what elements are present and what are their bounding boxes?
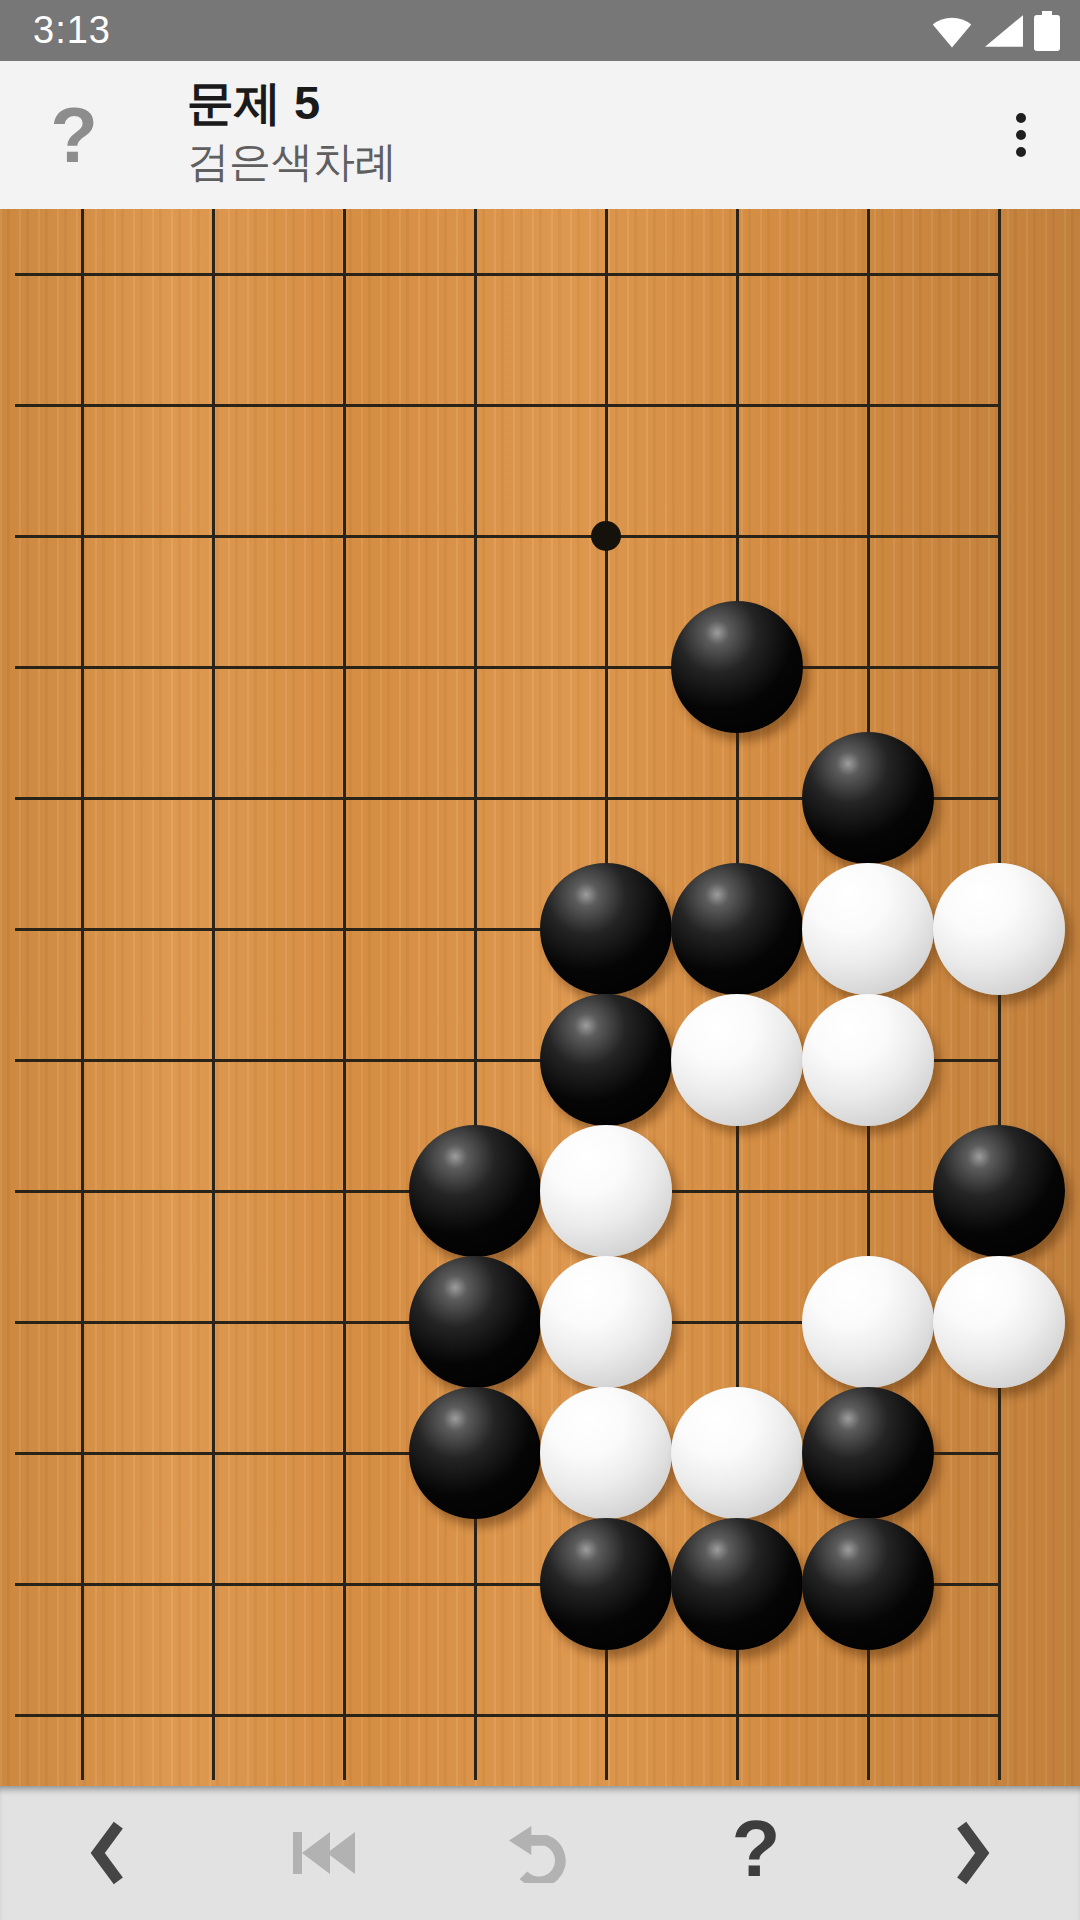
black-stone — [802, 1518, 934, 1650]
signal-icon — [985, 15, 1023, 47]
status-icons — [930, 0, 1060, 61]
grid-hline — [15, 273, 1001, 276]
chevron-left-icon — [89, 1820, 127, 1886]
black-stone — [671, 1518, 803, 1650]
white-stone — [671, 1387, 803, 1519]
grid-hline — [15, 404, 1001, 407]
white-stone — [540, 1125, 672, 1257]
black-stone — [933, 1125, 1065, 1257]
undo-button[interactable] — [432, 1786, 648, 1920]
back-button[interactable] — [0, 1786, 216, 1920]
overflow-menu-icon[interactable] — [996, 101, 1046, 169]
grid-vline — [81, 209, 84, 1780]
black-stone — [409, 1256, 541, 1388]
grid-hline — [15, 535, 1001, 538]
white-stone — [802, 994, 934, 1126]
skip-to-start-button[interactable] — [216, 1786, 432, 1920]
undo-arrow-icon — [509, 1823, 571, 1883]
skip-back-icon — [293, 1829, 355, 1877]
help-icon[interactable]: ? — [38, 61, 110, 209]
grid-vline — [212, 209, 215, 1780]
star-point — [591, 521, 621, 551]
black-stone — [540, 994, 672, 1126]
grid-hline — [15, 666, 1001, 669]
forward-button[interactable] — [864, 1786, 1080, 1920]
white-stone — [671, 994, 803, 1126]
grid-vline — [343, 209, 346, 1780]
app-screen: 3:13 ? 문제 5 검은색차례 — [0, 0, 1080, 1920]
white-stone — [802, 1256, 934, 1388]
black-stone — [540, 863, 672, 995]
black-stone — [802, 1387, 934, 1519]
white-stone — [933, 1256, 1065, 1388]
chevron-right-icon — [953, 1820, 991, 1886]
status-bar: 3:13 — [0, 0, 1080, 61]
black-stone — [802, 732, 934, 864]
go-board[interactable] — [0, 209, 1080, 1786]
white-stone — [933, 863, 1065, 995]
toolbar: ? — [0, 1786, 1080, 1920]
white-stone — [802, 863, 934, 995]
clock: 3:13 — [33, 9, 111, 52]
app-bar: ? 문제 5 검은색차례 — [0, 61, 1080, 209]
white-stone — [540, 1256, 672, 1388]
black-stone — [540, 1518, 672, 1650]
black-stone — [671, 601, 803, 733]
black-stone — [409, 1387, 541, 1519]
titles: 문제 5 검은색차례 — [187, 73, 397, 191]
grid-hline — [15, 1714, 1001, 1717]
black-stone — [671, 863, 803, 995]
grid-vline — [474, 209, 477, 1780]
battery-icon — [1034, 11, 1060, 51]
question-mark-icon: ? — [732, 1809, 781, 1889]
wifi-icon — [930, 13, 974, 49]
turn-indicator: 검은색차례 — [187, 133, 397, 191]
page-title: 문제 5 — [187, 73, 397, 133]
black-stone — [409, 1125, 541, 1257]
white-stone — [540, 1387, 672, 1519]
hint-button[interactable]: ? — [648, 1786, 864, 1920]
